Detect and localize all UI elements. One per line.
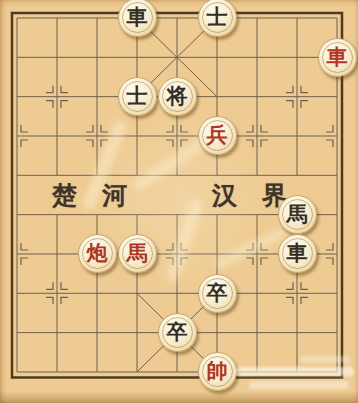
piece-black-chariot-right[interactable]: 車 xyxy=(278,234,317,273)
xiangqi-board: 楚河 汉界 車士車士将兵馬炮馬車卒卒帥 xyxy=(0,0,358,403)
piece-glyph: 卒 xyxy=(207,282,228,303)
piece-glyph: 車 xyxy=(327,46,348,67)
piece-glyph: 馬 xyxy=(287,204,308,225)
piece-glyph: 士 xyxy=(207,7,228,28)
piece-glyph: 将 xyxy=(167,86,188,107)
piece-red-general[interactable]: 帥 xyxy=(198,352,237,391)
piece-black-soldier-palace[interactable]: 卒 xyxy=(158,313,197,352)
piece-red-horse[interactable]: 馬 xyxy=(118,234,157,273)
pieces-layer[interactable]: 車士車士将兵馬炮馬車卒卒帥 xyxy=(0,0,357,392)
piece-black-chariot-left[interactable]: 車 xyxy=(118,0,157,37)
piece-glyph: 馬 xyxy=(127,243,148,264)
piece-glyph: 炮 xyxy=(87,243,108,264)
piece-glyph: 車 xyxy=(127,7,148,28)
piece-black-advisor-right[interactable]: 士 xyxy=(198,0,237,37)
piece-glyph: 卒 xyxy=(167,322,188,343)
piece-red-soldier[interactable]: 兵 xyxy=(198,116,237,155)
piece-glyph: 車 xyxy=(287,243,308,264)
piece-black-general[interactable]: 将 xyxy=(158,77,197,116)
piece-red-cannon[interactable]: 炮 xyxy=(78,234,117,273)
piece-black-soldier-center[interactable]: 卒 xyxy=(198,274,237,313)
piece-red-chariot[interactable]: 車 xyxy=(318,38,357,77)
piece-glyph: 帥 xyxy=(207,361,228,382)
piece-glyph: 士 xyxy=(127,86,148,107)
piece-black-advisor-left[interactable]: 士 xyxy=(118,77,157,116)
piece-black-horse[interactable]: 馬 xyxy=(278,195,317,234)
piece-glyph: 兵 xyxy=(207,125,228,146)
